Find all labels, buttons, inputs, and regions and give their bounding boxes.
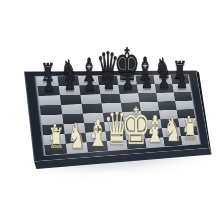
- piece-white-knight[interactable]: ♞: [67, 120, 86, 153]
- pieces-layer: ♜♞♝♛♚♝♞♜♟♟♟♟♟♟♟♟♟♟♟♟♟♟♟♟♜♞♝♛♚♝♞♜: [0, 0, 220, 220]
- piece-black-pawn[interactable]: ♟: [122, 72, 134, 92]
- piece-white-knight[interactable]: ♞: [163, 114, 182, 147]
- piece-white-rook[interactable]: ♜: [182, 116, 199, 144]
- piece-black-pawn[interactable]: ♟: [141, 72, 153, 92]
- chess-set-photo: ♜♞♝♛♚♝♞♜♟♟♟♟♟♟♟♟♟♟♟♟♟♟♟♟♜♞♝♛♚♝♞♜: [0, 0, 220, 220]
- piece-black-pawn[interactable]: ♟: [84, 73, 96, 93]
- piece-black-pawn[interactable]: ♟: [43, 74, 55, 94]
- piece-black-pawn[interactable]: ♟: [64, 74, 76, 94]
- piece-black-pawn[interactable]: ♟: [176, 71, 188, 91]
- piece-white-rook[interactable]: ♜: [47, 126, 64, 154]
- piece-black-pawn[interactable]: ♟: [158, 72, 170, 92]
- piece-black-pawn[interactable]: ♟: [103, 73, 115, 93]
